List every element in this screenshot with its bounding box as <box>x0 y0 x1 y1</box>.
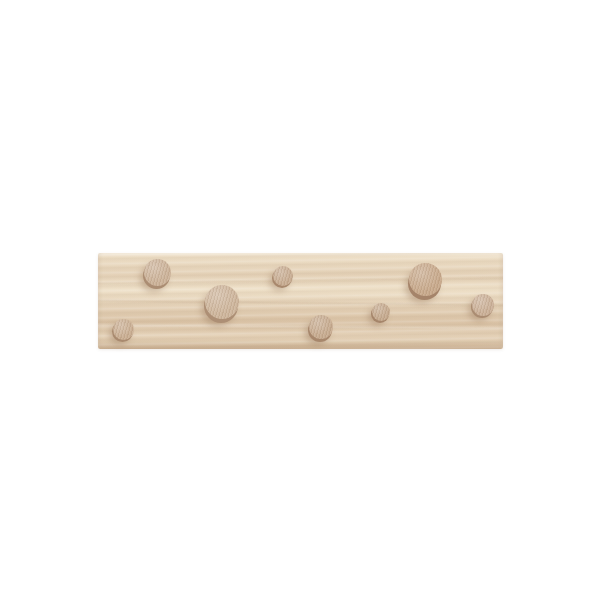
wood-peg <box>409 263 442 296</box>
wood-peg <box>113 319 134 340</box>
wood-peg <box>372 303 390 321</box>
wood-peg <box>144 259 171 286</box>
wood-peg <box>273 266 293 286</box>
wood-peg <box>309 315 333 339</box>
wood-peg <box>472 294 494 316</box>
product-photo-stage <box>0 0 600 600</box>
wood-peg <box>205 285 239 319</box>
